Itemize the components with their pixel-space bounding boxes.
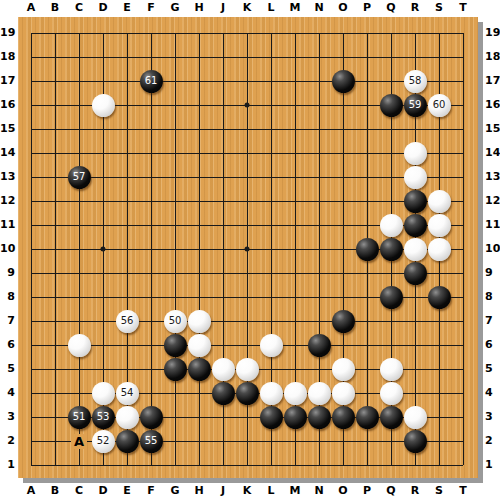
stone-black-s8	[428, 286, 451, 309]
stone-white-c6	[68, 334, 91, 357]
stone-black-j4	[212, 382, 235, 405]
stone-black-o17	[332, 70, 355, 93]
row-label-right-18: 18	[485, 49, 500, 65]
stone-black-q10	[380, 238, 403, 261]
stone-white-q11	[380, 214, 403, 237]
col-label-top-r: R	[403, 0, 427, 16]
stone-black-f17: 61	[140, 70, 163, 93]
col-label-bottom-e: E	[115, 483, 139, 499]
stone-white-d2: 52	[92, 430, 115, 453]
col-label-top-l: L	[259, 0, 283, 16]
stone-white-k5	[236, 358, 259, 381]
row-label-left-18: 18	[0, 49, 15, 65]
row-label-left-7: 7	[0, 313, 15, 329]
row-label-left-1: 1	[0, 457, 15, 473]
col-label-bottom-d: D	[91, 483, 115, 499]
row-label-right-10: 10	[485, 241, 500, 257]
stone-white-s16: 60	[428, 94, 451, 117]
col-label-top-c: C	[67, 0, 91, 16]
row-label-right-3: 3	[485, 409, 500, 425]
row-label-left-11: 11	[0, 217, 15, 233]
col-label-top-n: N	[307, 0, 331, 16]
row-label-left-15: 15	[0, 121, 15, 137]
stone-black-d3: 53	[92, 406, 115, 429]
stone-white-e3	[116, 406, 139, 429]
col-label-top-d: D	[91, 0, 115, 16]
row-label-left-5: 5	[0, 361, 15, 377]
stone-white-r14	[404, 142, 427, 165]
row-label-left-6: 6	[0, 337, 15, 353]
stone-black-n3	[308, 406, 331, 429]
stone-white-e7: 56	[116, 310, 139, 333]
row-label-left-3: 3	[0, 409, 15, 425]
label-marker-a-c2: A	[71, 434, 87, 449]
row-label-left-17: 17	[0, 73, 15, 89]
row-label-right-8: 8	[485, 289, 500, 305]
stone-black-f3	[140, 406, 163, 429]
stone-black-g6	[164, 334, 187, 357]
row-label-left-16: 16	[0, 97, 15, 113]
stone-white-h7	[188, 310, 211, 333]
row-label-left-13: 13	[0, 169, 15, 185]
stone-black-e2	[116, 430, 139, 453]
stone-white-g7: 50	[164, 310, 187, 333]
stone-black-q3	[380, 406, 403, 429]
stone-black-l3	[260, 406, 283, 429]
stone-white-o4	[332, 382, 355, 405]
col-label-top-g: G	[163, 0, 187, 16]
row-label-right-6: 6	[485, 337, 500, 353]
stone-black-f2: 55	[140, 430, 163, 453]
col-label-top-a: A	[19, 0, 43, 16]
row-label-right-2: 2	[485, 433, 500, 449]
row-label-right-16: 16	[485, 97, 500, 113]
stone-white-q5	[380, 358, 403, 381]
col-label-bottom-g: G	[163, 483, 187, 499]
stone-white-r10	[404, 238, 427, 261]
col-label-top-p: P	[355, 0, 379, 16]
col-label-top-k: K	[235, 0, 259, 16]
col-label-top-b: B	[43, 0, 67, 16]
stone-black-r12	[404, 190, 427, 213]
stone-black-p10	[356, 238, 379, 261]
col-label-bottom-s: S	[427, 483, 451, 499]
row-label-left-10: 10	[0, 241, 15, 257]
stone-black-o3	[332, 406, 355, 429]
stone-white-q4	[380, 382, 403, 405]
stone-black-n6	[308, 334, 331, 357]
stone-black-r16: 59	[404, 94, 427, 117]
stone-black-m3	[284, 406, 307, 429]
stone-black-p3	[356, 406, 379, 429]
stone-white-s11	[428, 214, 451, 237]
row-label-left-9: 9	[0, 265, 15, 281]
col-label-bottom-h: H	[187, 483, 211, 499]
col-label-bottom-t: T	[451, 483, 475, 499]
stone-white-s10	[428, 238, 451, 261]
row-label-left-2: 2	[0, 433, 15, 449]
row-label-right-15: 15	[485, 121, 500, 137]
stone-black-r9	[404, 262, 427, 285]
row-label-left-4: 4	[0, 385, 15, 401]
stone-black-q16	[380, 94, 403, 117]
stone-black-r2	[404, 430, 427, 453]
row-label-right-4: 4	[485, 385, 500, 401]
col-label-bottom-f: F	[139, 483, 163, 499]
col-label-bottom-p: P	[355, 483, 379, 499]
row-label-right-17: 17	[485, 73, 500, 89]
stone-black-o7	[332, 310, 355, 333]
go-board[interactable]: 615859605756505451535255A	[18, 17, 478, 478]
board-intersections: 615859605756505451535255A	[19, 21, 475, 477]
stone-white-h6	[188, 334, 211, 357]
stone-white-d4	[92, 382, 115, 405]
col-label-bottom-o: O	[331, 483, 355, 499]
col-label-bottom-r: R	[403, 483, 427, 499]
stone-white-m4	[284, 382, 307, 405]
stone-white-r13	[404, 166, 427, 189]
row-label-left-14: 14	[0, 145, 15, 161]
stone-black-h5	[188, 358, 211, 381]
row-label-right-9: 9	[485, 265, 500, 281]
col-label-bottom-c: C	[67, 483, 91, 499]
stone-black-q8	[380, 286, 403, 309]
col-label-top-m: M	[283, 0, 307, 16]
row-label-right-13: 13	[485, 169, 500, 185]
stone-white-n4	[308, 382, 331, 405]
stone-white-o5	[332, 358, 355, 381]
col-label-bottom-a: A	[19, 483, 43, 499]
col-label-bottom-k: K	[235, 483, 259, 499]
col-label-bottom-b: B	[43, 483, 67, 499]
stone-white-r17: 58	[404, 70, 427, 93]
stone-white-r3	[404, 406, 427, 429]
col-label-top-s: S	[427, 0, 451, 16]
stone-white-j5	[212, 358, 235, 381]
stone-black-r11	[404, 214, 427, 237]
stone-black-c13: 57	[68, 166, 91, 189]
col-label-top-f: F	[139, 0, 163, 16]
stone-white-d16	[92, 94, 115, 117]
col-label-top-q: Q	[379, 0, 403, 16]
stone-black-g5	[164, 358, 187, 381]
stone-white-l4	[260, 382, 283, 405]
stone-black-c3: 51	[68, 406, 91, 429]
row-label-right-11: 11	[485, 217, 500, 233]
col-label-bottom-j: J	[211, 483, 235, 499]
stone-white-e4: 54	[116, 382, 139, 405]
col-label-top-j: J	[211, 0, 235, 16]
row-label-right-7: 7	[485, 313, 500, 329]
col-label-bottom-m: M	[283, 483, 307, 499]
row-label-right-14: 14	[485, 145, 500, 161]
row-label-right-1: 1	[485, 457, 500, 473]
stone-white-l6	[260, 334, 283, 357]
col-label-bottom-n: N	[307, 483, 331, 499]
col-label-top-o: O	[331, 0, 355, 16]
row-label-left-8: 8	[0, 289, 15, 305]
row-label-left-12: 12	[0, 193, 15, 209]
row-label-left-19: 19	[0, 25, 15, 41]
row-label-right-12: 12	[485, 193, 500, 209]
stone-black-k4	[236, 382, 259, 405]
col-label-bottom-l: L	[259, 483, 283, 499]
row-label-right-5: 5	[485, 361, 500, 377]
col-label-top-e: E	[115, 0, 139, 16]
col-label-top-t: T	[451, 0, 475, 16]
row-label-right-19: 19	[485, 25, 500, 41]
col-label-bottom-q: Q	[379, 483, 403, 499]
col-label-top-h: H	[187, 0, 211, 16]
stone-white-s12	[428, 190, 451, 213]
